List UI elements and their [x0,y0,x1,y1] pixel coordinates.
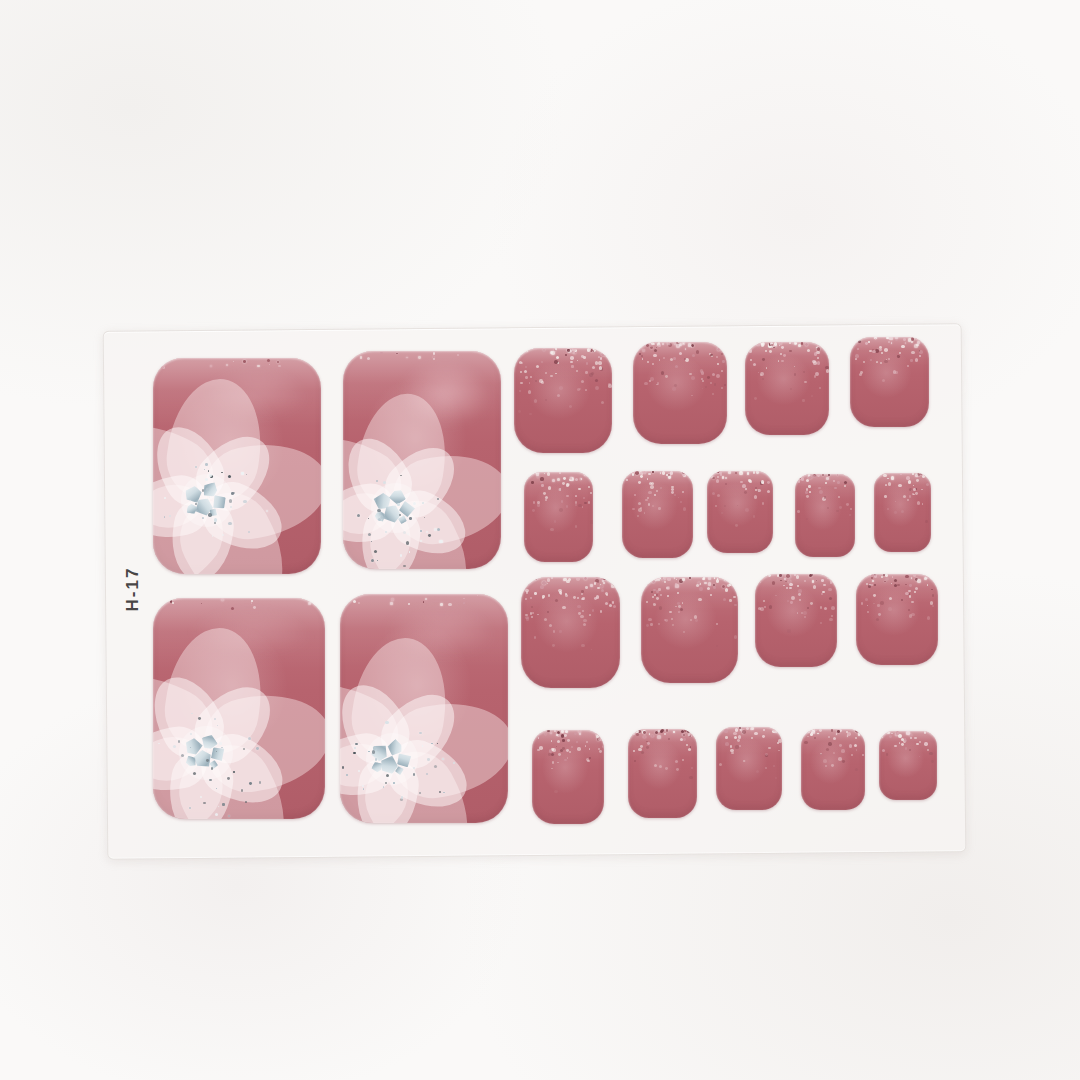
glitter-speck [787,600,790,603]
glitter-speck [874,337,876,339]
glitter-speck [590,584,593,587]
glitter-speck [221,747,222,748]
glitter-speck [654,349,657,352]
glitter-speck [278,365,280,367]
glitter-speck [842,760,845,763]
glitter-speck [915,492,918,495]
glitter-speck [906,476,910,480]
glitter-speck [577,360,579,362]
glitter-speck [552,748,556,752]
glitter-speck [779,342,782,345]
glitter-speck [537,476,540,479]
glitter-speck [821,593,823,595]
glitter-speck [431,743,433,745]
glitter-speck [550,351,553,354]
glitter-speck [549,749,553,753]
glitter-speck [256,747,258,749]
glitter-speck [771,345,774,348]
glitter-speck [640,745,643,748]
glitter-speck [682,342,685,345]
glitter-speck [565,354,568,357]
glitter-speck [368,751,370,753]
surface-sheen [795,474,855,557]
glitter-speck [688,343,691,346]
glitter-speck [368,533,371,536]
glitter-speck [887,478,889,480]
glitter-speck [428,534,431,537]
glitter-speck [702,578,704,580]
glitter-speck [419,732,421,734]
glitter-speck [551,740,553,742]
glitter-speck [746,727,749,730]
glitter-speck [847,735,849,737]
glitter-speck [674,494,676,496]
glitter-speck [463,602,465,604]
glitter-speck [541,361,544,364]
glitter-speck [689,776,692,779]
glitter-speck [814,375,817,378]
glitter-speck [598,361,602,365]
glitter-speck [809,574,812,577]
glitter-speck [646,746,649,749]
surface-sheen [745,342,829,435]
glitter-speck [592,348,596,352]
glitter-speck [769,605,773,609]
glitter-speck [804,616,806,618]
glitter-speck [874,574,875,575]
glitter-speck [189,807,191,809]
cherry-blossom-flower [340,650,501,823]
glitter-speck [901,510,904,513]
glitter-speck [739,471,743,475]
glitter-speck [827,507,829,509]
glitter-speck [609,604,612,607]
glitter-speck [760,374,762,376]
glitter-speck [585,586,588,589]
glitter-speck [911,613,915,617]
glitter-speck [669,611,671,613]
glitter-speck [253,606,256,609]
glitter-speck [854,744,857,747]
glitter-speck [926,483,929,486]
glitter-speck [783,354,786,357]
glitter-speck [534,592,537,595]
surface-sheen [524,472,593,562]
glitter-speck [711,476,713,478]
glitter-speck [656,347,658,349]
glitter-speck [536,365,539,368]
glitter-speck [567,483,570,486]
glitter-speck [920,473,922,475]
glitter-speck [570,477,573,480]
glitter-speck [533,501,535,503]
glitter-speck [919,350,921,352]
glitter-speck [597,581,599,583]
glitter-speck [561,734,564,737]
glitter-speck [391,598,394,601]
glitter-speck [837,481,840,484]
surface-sheen [874,473,931,552]
gloss-highlight [641,577,738,683]
glitter-speck [769,343,771,345]
glitter-speck [660,730,663,733]
glitter-speck [839,729,842,732]
glitter-speck [651,342,654,345]
glitter-speck [834,487,837,490]
nail-sticker-small [716,727,782,810]
glitter-speck [922,475,926,479]
glitter-speck [584,577,587,580]
glitter-speck [797,585,799,587]
glitter-speck [874,574,876,576]
glitter-speck [420,530,422,532]
glitter-speck [884,581,886,583]
glitter-speck [532,509,535,512]
glitter-speck [772,581,776,585]
glitter-speck [552,644,555,647]
glitter-speck [570,350,572,352]
glitter-speck [837,474,839,476]
glitter-speck [537,614,539,616]
glitter-speck [855,354,859,358]
glitter-speck [889,337,892,340]
glitter-speck [910,737,912,739]
glitter-speck [819,729,822,732]
glitter-speck [745,488,747,490]
glitter-speck [571,365,573,367]
glitter-speck [308,602,311,605]
glitter-speck [214,518,217,521]
glitter-speck [715,505,717,507]
glitter-speck [888,358,889,359]
nail-sticker-small [628,729,697,818]
glitter-speck [916,344,919,347]
glitter-speck [678,611,680,613]
glitter-speck [204,469,205,470]
glitter-speck [728,471,731,474]
glitter-speck [577,605,580,608]
glitter-speck [716,579,720,583]
glitter-speck [585,371,588,374]
glitter-speck [760,607,764,611]
glitter-speck [790,388,792,390]
glitter-speck [457,354,460,357]
glitter-speck [603,582,605,584]
glitter-speck [679,352,682,355]
glitter-speck [891,733,893,735]
glitter-speck [679,344,681,346]
glitter-speck [894,584,897,587]
glitter-speck [738,735,742,739]
glitter-speck [596,595,600,599]
glitter-speck [763,600,765,602]
glitter-speck [406,357,407,358]
gloss-highlight [622,471,693,558]
glitter-speck [588,486,591,489]
glitter-speck [723,598,726,601]
glitter-speck [666,474,669,477]
glitter-speck [355,743,358,746]
glitter-speck [609,601,611,603]
glitter-speck [790,601,792,603]
glitter-speck [592,366,595,369]
glitter-speck [660,487,662,489]
glitter-speck [769,350,772,353]
glitter-speck [558,589,562,593]
glitter-speck [595,386,599,390]
glitter-speck [442,758,444,760]
surface-sheen [856,574,938,665]
glitter-speck [169,515,171,517]
gloss-highlight [628,729,697,818]
glitter-speck [927,749,929,751]
glitter-speck [798,593,801,596]
glitter-speck [550,732,552,734]
glitter-speck [909,734,911,736]
glitter-speck [657,735,661,739]
glitter-speck [676,579,678,581]
glitter-speck [682,491,684,493]
glitter-speck [672,387,676,391]
glitter-speck [921,489,923,491]
glitter-speck [641,355,643,357]
glitter-speck [569,479,571,481]
glitter-speck [761,480,765,484]
glitter-speck [737,505,738,506]
glitter-speck [683,343,684,344]
glitter-speck [816,580,817,581]
glitter-speck [913,488,916,491]
glitter-speck [745,508,748,511]
glitter-speck [875,338,877,340]
glitter-speck [836,733,838,735]
glitter-speck [521,362,523,364]
glitter-speck [605,602,608,605]
glitter-speck [887,337,889,339]
glitter-speck [453,762,455,764]
glitter-speck [559,591,562,594]
glitter-speck [653,589,655,591]
glitter-speck [648,618,651,621]
glitter-speck [374,550,377,553]
glitter-speck [721,353,723,355]
glitter-speck [792,342,794,344]
glitter-speck [530,376,532,378]
glitter-speck [651,591,653,593]
glitter-speck [221,599,223,601]
glitter-speck [358,770,360,772]
glitter-speck [342,766,344,768]
glitter-speck [880,362,882,364]
glitter-speck [519,390,521,392]
glitter-speck [675,583,677,585]
glitter-speck [231,607,234,610]
glitter-speck [849,514,851,516]
glitter-speck [749,480,752,483]
glitter-speck [413,502,416,505]
nail-sticker-small [801,729,865,810]
glitter-speck [692,354,695,357]
glitter-speck [593,350,594,351]
glitter-speck [831,615,833,617]
glitter-speck [919,756,920,757]
surface-sheen [153,598,325,819]
glitter-speck [740,729,742,731]
glitter-speck [639,471,642,474]
glitter-speck [806,488,808,490]
glitter-speck [817,345,820,348]
surface-sheen [514,348,612,453]
glitter-speck [362,785,364,787]
glitter-speck [754,495,758,499]
glitter-speck [579,733,581,735]
glitter-speck [636,733,639,736]
glitter-speck [907,365,909,367]
glitter-speck [760,582,761,583]
glitter-speck [909,749,911,751]
glitter-speck [390,602,393,605]
gloss-highlight [532,730,604,824]
glitter-speck [846,503,849,506]
gloss-highlight [850,337,929,427]
glitter-speck [907,499,909,501]
glitter-speck [752,727,754,729]
glitter-speck [602,745,604,748]
glitter-speck [908,609,910,611]
glitter-speck [581,380,585,384]
glitter-speck [718,577,720,579]
glitter-speck [779,345,780,346]
glitter-speck [739,745,741,747]
glitter-speck [814,729,816,731]
glitter-speck [658,507,661,510]
glitter-speck [825,366,828,369]
glitter-speck [684,358,686,360]
glitter-speck [580,615,584,619]
glitter-speck [886,753,889,756]
glitter-speck [909,595,912,598]
glitter-speck [733,596,736,599]
glitter-speck [561,734,564,737]
glitter-speck [815,372,819,376]
glitter-speck [657,382,660,385]
glitter-speck [209,496,210,497]
glitter-speck [647,361,649,363]
glitter-speck [643,736,645,738]
glitter-speck [680,608,684,612]
glitter-speck [578,488,581,491]
glitter-speck [779,574,781,576]
glitter-speck [173,745,176,748]
glitter-speck [229,499,232,502]
glitter-speck [779,574,783,578]
glitter-speck [777,574,779,576]
glitter-speck [677,343,680,346]
glitter-speck [578,730,581,733]
glitter-speck [833,737,836,740]
glitter-speck [599,750,602,753]
glitter-speck [768,344,771,347]
glitter-speck [551,753,554,756]
glitter-speck [839,506,842,509]
glitter-speck [673,357,675,359]
glitter-speck [763,729,765,731]
glitter-speck [877,348,879,350]
glitter-speck [566,749,569,752]
glitter-speck [638,730,641,733]
plastic-sheen [177,607,315,729]
glitter-speck [777,742,779,744]
gloss-highlight [153,358,321,574]
glitter-speck [587,348,590,351]
nail-sticker-small [795,474,855,557]
glitter-speck [525,616,528,619]
gloss-highlight [707,471,773,553]
glitter-speck [716,623,718,625]
glitter-speck [426,531,428,533]
glitter-speck [559,488,562,491]
glitter-speck [360,356,363,359]
glitter-speck [371,559,374,562]
glitter-speck [753,363,756,366]
glitter-speck [651,482,655,486]
glitter-speck [443,792,445,794]
glitter-speck [562,747,565,750]
nail-sticker-small [514,348,612,453]
gloss-highlight [343,351,501,569]
glitter-speck [901,743,904,746]
glitter-speck [634,760,636,762]
glitter-speck [894,579,897,582]
glitter-speck [798,480,801,483]
glitter-speck [822,474,824,476]
glitter-speck [246,474,248,476]
glitter-speck [666,587,669,590]
glitter-speck [914,591,916,593]
glitter-speck [691,344,694,347]
flower-petal [340,727,425,823]
gloss-highlight [755,574,837,667]
glitter-speck [193,772,196,775]
glitter-speck [712,373,715,376]
glitter-speck [570,477,574,481]
glitter-speck [912,493,914,495]
glitter-speck [898,484,901,487]
glitter-speck [656,594,658,596]
glitter-speck [775,777,777,779]
glitter-speck [164,497,166,499]
glitter-speck [677,592,679,594]
glitter-speck [905,575,909,579]
glitter-speck [704,582,706,584]
glitter-speck [586,758,589,761]
glitter-speck [932,605,934,607]
glitter-speck [241,472,244,475]
glitter-speck [248,737,251,740]
glitter-speck [525,598,527,600]
glitter-speck [667,595,669,597]
glitter-speck [656,597,659,600]
glitter-speck [649,733,651,735]
glitter-speck [924,742,927,745]
glitter-speck [564,759,566,761]
glitter-speck [665,375,668,378]
glitter-speck [773,347,774,348]
nail-sticker-small [850,337,929,427]
glitter-speck [560,749,563,752]
glitter-speck [839,744,842,747]
glitter-speck [807,349,810,352]
